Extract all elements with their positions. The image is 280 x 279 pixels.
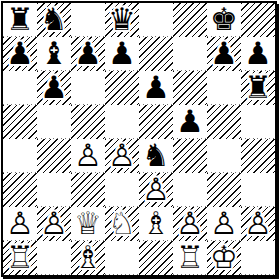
square-b3 <box>37 173 71 207</box>
square-h1 <box>241 241 275 275</box>
square-g4 <box>207 139 241 173</box>
square-e6: ♟ <box>139 71 173 105</box>
square-e5 <box>139 105 173 139</box>
white-rook-a1-icon: ♜♖ <box>3 241 37 275</box>
white-queen-c2-icon: ♛♕ <box>71 207 105 241</box>
black-knight-e4-icon: ♞ <box>139 139 173 173</box>
square-h6: ♜ <box>241 71 275 105</box>
black-king-g8-icon: ♚ <box>207 3 241 37</box>
square-h4 <box>241 139 275 173</box>
square-d7: ♟ <box>105 37 139 71</box>
square-h8 <box>241 3 275 37</box>
black-pawn-f5-icon: ♟ <box>173 105 207 139</box>
square-a8: ♜ <box>3 3 37 37</box>
square-f8 <box>173 3 207 37</box>
square-g6 <box>207 71 241 105</box>
white-rook-f1-icon: ♜♖ <box>173 241 207 275</box>
square-d1 <box>105 241 139 275</box>
square-c4: ♟♙ <box>71 139 105 173</box>
square-e7 <box>139 37 173 71</box>
square-d6 <box>105 71 139 105</box>
square-f4 <box>173 139 207 173</box>
white-pawn-h2-icon: ♟♙ <box>241 207 275 241</box>
square-e4: ♞ <box>139 139 173 173</box>
white-pawn-f2-icon: ♟♙ <box>173 207 207 241</box>
black-pawn-c7-icon: ♟ <box>71 37 105 71</box>
square-e2: ♝♗ <box>139 207 173 241</box>
white-pawn-a2-icon: ♟♙ <box>3 207 37 241</box>
square-f5: ♟ <box>173 105 207 139</box>
square-b2: ♟♙ <box>37 207 71 241</box>
black-rook-a8-icon: ♜ <box>3 3 37 37</box>
white-bishop-e2-icon: ♝♗ <box>139 207 173 241</box>
square-c8 <box>71 3 105 37</box>
square-g1: ♚♔ <box>207 241 241 275</box>
square-c6 <box>71 71 105 105</box>
square-d2: ♞♘ <box>105 207 139 241</box>
square-e1 <box>139 241 173 275</box>
square-a1: ♜♖ <box>3 241 37 275</box>
square-b4 <box>37 139 71 173</box>
square-b1 <box>37 241 71 275</box>
square-g8: ♚ <box>207 3 241 37</box>
square-e3: ♟♙ <box>139 173 173 207</box>
square-e8 <box>139 3 173 37</box>
square-c3 <box>71 173 105 207</box>
square-f3 <box>173 173 207 207</box>
square-b6: ♟ <box>37 71 71 105</box>
square-c1: ♝♗ <box>71 241 105 275</box>
square-g3 <box>207 173 241 207</box>
square-b8: ♞ <box>37 3 71 37</box>
white-pawn-b2-icon: ♟♙ <box>37 207 71 241</box>
black-pawn-a7-icon: ♟ <box>3 37 37 71</box>
white-knight-d2-icon: ♞♘ <box>105 207 139 241</box>
black-queen-d8-icon: ♛ <box>105 3 139 37</box>
square-f6 <box>173 71 207 105</box>
square-h7: ♟ <box>241 37 275 71</box>
square-d5 <box>105 105 139 139</box>
white-bishop-c1-icon: ♝♗ <box>71 241 105 275</box>
square-a2: ♟♙ <box>3 207 37 241</box>
chess-diagram-page: { "game": "chess", "position": "rn1q2k1/… <box>0 0 280 279</box>
square-a5 <box>3 105 37 139</box>
square-a3 <box>3 173 37 207</box>
square-a7: ♟ <box>3 37 37 71</box>
black-knight-b8-icon: ♞ <box>37 3 71 37</box>
square-h5 <box>241 105 275 139</box>
black-bishop-b7-icon: ♝ <box>37 37 71 71</box>
square-h2: ♟♙ <box>241 207 275 241</box>
square-d4: ♟♙ <box>105 139 139 173</box>
white-pawn-g2-icon: ♟♙ <box>207 207 241 241</box>
square-d3 <box>105 173 139 207</box>
square-c2: ♛♕ <box>71 207 105 241</box>
black-pawn-d7-icon: ♟ <box>105 37 139 71</box>
white-king-g1-icon: ♚♔ <box>207 241 241 275</box>
square-b5 <box>37 105 71 139</box>
square-f2: ♟♙ <box>173 207 207 241</box>
square-a4 <box>3 139 37 173</box>
square-g7: ♟ <box>207 37 241 71</box>
square-h3 <box>241 173 275 207</box>
square-a6 <box>3 71 37 105</box>
white-pawn-d4-icon: ♟♙ <box>105 139 139 173</box>
square-c7: ♟ <box>71 37 105 71</box>
black-pawn-b6-icon: ♟ <box>37 71 71 105</box>
square-f1: ♜♖ <box>173 241 207 275</box>
square-f7 <box>173 37 207 71</box>
square-c5 <box>71 105 105 139</box>
square-d8: ♛ <box>105 3 139 37</box>
square-g2: ♟♙ <box>207 207 241 241</box>
white-pawn-c4-icon: ♟♙ <box>71 139 105 173</box>
black-pawn-g7-icon: ♟ <box>207 37 241 71</box>
black-pawn-h7-icon: ♟ <box>241 37 275 71</box>
black-rook-h6-icon: ♜ <box>241 71 275 105</box>
board-frame: ♜♞♛♚♟♝♟♟♟♟♟♟♜♟♟♙♟♙♞♟♙♟♙♟♙♛♕♞♘♝♗♟♙♟♙♟♙♜♖♝… <box>1 1 277 277</box>
black-pawn-e6-icon: ♟ <box>139 71 173 105</box>
chess-board: ♜♞♛♚♟♝♟♟♟♟♟♟♜♟♟♙♟♙♞♟♙♟♙♟♙♛♕♞♘♝♗♟♙♟♙♟♙♜♖♝… <box>3 3 275 275</box>
white-pawn-e3-icon: ♟♙ <box>139 173 173 207</box>
square-g5 <box>207 105 241 139</box>
square-b7: ♝ <box>37 37 71 71</box>
